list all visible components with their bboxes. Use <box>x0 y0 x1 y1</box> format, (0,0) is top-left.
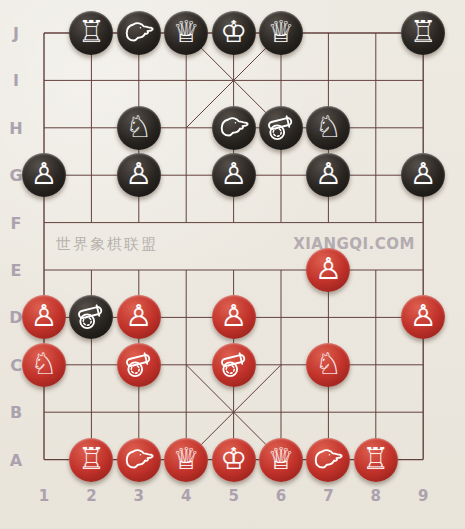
advisor-icon: ♕ <box>173 17 200 47</box>
river-site-watermark: XIANGQI.COM <box>293 231 415 257</box>
piece-red-chariot[interactable]: ♖ <box>69 438 113 482</box>
piece-red-horse[interactable]: ♘ <box>22 343 66 387</box>
piece-red-chariot[interactable]: ♖ <box>354 438 398 482</box>
river-federation-label: 世界象棋联盟 <box>56 231 158 257</box>
piece-red-king[interactable]: ♔ <box>212 438 256 482</box>
elephant-icon <box>217 111 251 145</box>
elephant-icon <box>122 443 156 477</box>
piece-black-elephant[interactable] <box>117 11 161 55</box>
cannon-icon <box>74 300 108 334</box>
piece-red-pawn[interactable]: ♙ <box>212 295 256 339</box>
pawn-icon: ♙ <box>315 159 342 189</box>
pawn-icon: ♙ <box>315 254 342 284</box>
rank-label-E: E <box>3 261 29 280</box>
piece-red-cannon[interactable] <box>212 343 256 387</box>
chariot-icon: ♖ <box>410 17 437 47</box>
piece-red-elephant[interactable] <box>117 438 161 482</box>
pawn-icon: ♙ <box>410 301 437 331</box>
file-label-1: 1 <box>29 487 59 505</box>
rank-label-B: B <box>3 403 29 422</box>
piece-black-horse[interactable]: ♘ <box>117 106 161 150</box>
advisor-icon: ♕ <box>268 17 295 47</box>
horse-icon: ♘ <box>315 112 342 142</box>
piece-black-advisor[interactable]: ♕ <box>259 11 303 55</box>
pawn-icon: ♙ <box>125 159 152 189</box>
piece-black-pawn[interactable]: ♙ <box>212 153 256 197</box>
piece-black-elephant[interactable] <box>212 106 256 150</box>
pawn-icon: ♙ <box>31 159 58 189</box>
horse-icon: ♘ <box>125 112 152 142</box>
pawn-icon: ♙ <box>31 301 58 331</box>
cannon-icon <box>264 111 298 145</box>
piece-black-horse[interactable]: ♘ <box>306 106 350 150</box>
chariot-icon: ♖ <box>362 444 389 474</box>
pawn-icon: ♙ <box>125 301 152 331</box>
piece-red-horse[interactable]: ♘ <box>306 343 350 387</box>
file-label-3: 3 <box>124 487 154 505</box>
piece-red-advisor[interactable]: ♕ <box>164 438 208 482</box>
piece-red-elephant[interactable] <box>306 438 350 482</box>
file-label-9: 9 <box>408 487 438 505</box>
piece-black-pawn[interactable]: ♙ <box>22 153 66 197</box>
piece-black-pawn[interactable]: ♙ <box>117 153 161 197</box>
horse-icon: ♘ <box>31 349 58 379</box>
file-label-6: 6 <box>266 487 296 505</box>
rank-label-H: H <box>3 118 29 137</box>
rank-label-A: A <box>3 450 29 469</box>
king-icon: ♔ <box>220 17 247 47</box>
file-label-7: 7 <box>313 487 343 505</box>
cannon-icon <box>217 348 251 382</box>
piece-black-chariot[interactable]: ♖ <box>401 11 445 55</box>
xiangqi-board: JIHGFEDCBA 123456789 世界象棋联盟 XIANGQI.COM … <box>0 0 465 529</box>
piece-black-king[interactable]: ♔ <box>212 11 256 55</box>
horse-icon: ♘ <box>315 349 342 379</box>
pawn-icon: ♙ <box>220 159 247 189</box>
file-label-2: 2 <box>76 487 106 505</box>
pawn-icon: ♙ <box>410 159 437 189</box>
file-label-5: 5 <box>219 487 249 505</box>
elephant-icon <box>122 16 156 50</box>
piece-black-cannon[interactable] <box>69 295 113 339</box>
cannon-icon <box>122 348 156 382</box>
advisor-icon: ♕ <box>268 444 295 474</box>
rank-label-I: I <box>3 71 29 90</box>
file-label-4: 4 <box>171 487 201 505</box>
chariot-icon: ♖ <box>78 17 105 47</box>
chariot-icon: ♖ <box>78 444 105 474</box>
elephant-icon <box>311 443 345 477</box>
file-label-8: 8 <box>361 487 391 505</box>
pawn-icon: ♙ <box>220 301 247 331</box>
rank-label-F: F <box>3 213 29 232</box>
piece-red-pawn[interactable]: ♙ <box>117 295 161 339</box>
king-icon: ♔ <box>220 444 247 474</box>
piece-black-cannon[interactable] <box>259 106 303 150</box>
piece-red-advisor[interactable]: ♕ <box>259 438 303 482</box>
advisor-icon: ♕ <box>173 444 200 474</box>
piece-red-cannon[interactable] <box>117 343 161 387</box>
piece-black-advisor[interactable]: ♕ <box>164 11 208 55</box>
rank-label-J: J <box>3 24 29 43</box>
